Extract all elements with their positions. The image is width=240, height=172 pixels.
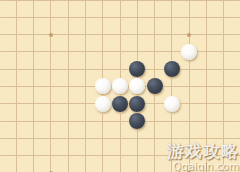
board-intersection[interactable] (198, 147, 215, 164)
board-intersection[interactable] (77, 130, 94, 147)
board-intersection[interactable] (0, 61, 8, 78)
white-stone (164, 96, 180, 112)
board-intersection[interactable] (60, 61, 77, 78)
board-intersection[interactable] (146, 61, 163, 78)
board-intersection[interactable] (129, 147, 146, 164)
board-intersection[interactable] (0, 147, 8, 164)
board-intersection[interactable] (163, 26, 180, 43)
black-stone (147, 78, 163, 94)
board-intersection[interactable] (233, 43, 240, 60)
board-intersection[interactable] (129, 61, 146, 78)
board-intersection[interactable] (181, 78, 198, 95)
board-intersection[interactable] (60, 164, 77, 172)
board-intersection[interactable] (163, 61, 180, 78)
board-intersection[interactable] (129, 164, 146, 172)
board-intersection[interactable] (111, 147, 128, 164)
board-intersection[interactable] (129, 130, 146, 147)
board-intersection[interactable] (77, 61, 94, 78)
board-intersection[interactable] (60, 78, 77, 95)
board-intersection[interactable] (8, 78, 25, 95)
board-intersection[interactable] (0, 26, 8, 43)
board-intersection[interactable] (181, 147, 198, 164)
board-intersection[interactable] (25, 61, 42, 78)
board-intersection[interactable] (94, 164, 111, 172)
board-intersection[interactable] (146, 78, 163, 95)
board-intersection[interactable] (181, 26, 198, 43)
black-stone (129, 96, 145, 112)
board-intersection[interactable] (0, 95, 8, 112)
board-intersection[interactable] (77, 43, 94, 60)
board-intersection[interactable] (111, 130, 128, 147)
board-intersection[interactable] (233, 164, 240, 172)
board-intersection[interactable] (215, 43, 232, 60)
board-intersection[interactable] (146, 147, 163, 164)
board-intersection[interactable] (163, 164, 180, 172)
gomoku-screenshot: 游戏攻略 Qqaiqin.com (0, 0, 240, 172)
board-intersection[interactable] (163, 95, 180, 112)
board-intersection[interactable] (198, 164, 215, 172)
board-intersection[interactable] (181, 130, 198, 147)
board-intersection[interactable] (111, 61, 128, 78)
board-intersection[interactable] (198, 112, 215, 129)
board-intersection[interactable] (233, 95, 240, 112)
board-intersection[interactable] (25, 78, 42, 95)
board-intersection[interactable] (146, 26, 163, 43)
board-intersection[interactable] (42, 164, 59, 172)
board-intersection[interactable] (146, 112, 163, 129)
board-intersection[interactable] (8, 26, 25, 43)
white-stone (112, 78, 128, 94)
board-intersection[interactable] (198, 26, 215, 43)
board-intersection[interactable] (60, 26, 77, 43)
board-intersection[interactable] (94, 9, 111, 26)
star-point (49, 33, 53, 37)
black-stone (164, 61, 180, 77)
board-intersection[interactable] (0, 0, 8, 9)
board-intersection[interactable] (146, 9, 163, 26)
board-intersection[interactable] (77, 9, 94, 26)
board-intersection[interactable] (181, 0, 198, 9)
board-intersection[interactable] (129, 9, 146, 26)
board-intersection[interactable] (163, 147, 180, 164)
board-intersection[interactable] (60, 130, 77, 147)
board-intersection[interactable] (94, 112, 111, 129)
board-intersection[interactable] (215, 147, 232, 164)
board-intersection[interactable] (233, 112, 240, 129)
board-intersection[interactable] (25, 112, 42, 129)
board-intersection[interactable] (42, 112, 59, 129)
board-intersection[interactable] (77, 95, 94, 112)
board-intersection[interactable] (42, 0, 59, 9)
board-intersection[interactable] (111, 164, 128, 172)
board-intersection[interactable] (111, 0, 128, 9)
board-intersection[interactable] (0, 78, 8, 95)
board-intersection[interactable] (42, 61, 59, 78)
board-intersection[interactable] (181, 164, 198, 172)
black-stone (129, 61, 145, 77)
board-intersection[interactable] (181, 9, 198, 26)
board-intersection[interactable] (129, 0, 146, 9)
board-intersection[interactable] (129, 43, 146, 60)
board-intersection[interactable] (233, 147, 240, 164)
board-intersection[interactable] (77, 26, 94, 43)
board-intersection[interactable] (42, 43, 59, 60)
board-intersection[interactable] (233, 78, 240, 95)
board-intersection[interactable] (111, 26, 128, 43)
board-intersection[interactable] (163, 130, 180, 147)
board-intersection[interactable] (8, 0, 25, 9)
board-intersection[interactable] (8, 130, 25, 147)
board-intersection[interactable] (215, 130, 232, 147)
board-intersection[interactable] (233, 26, 240, 43)
board-intersection[interactable] (129, 112, 146, 129)
board-intersection[interactable] (25, 95, 42, 112)
board-intersection[interactable] (198, 130, 215, 147)
board-intersection[interactable] (60, 43, 77, 60)
board-intersection[interactable] (129, 26, 146, 43)
gomoku-board[interactable] (0, 0, 240, 172)
board-intersection[interactable] (111, 78, 128, 95)
board-intersection[interactable] (146, 164, 163, 172)
board-intersection[interactable] (42, 130, 59, 147)
board-intersection[interactable] (8, 9, 25, 26)
board-intersection[interactable] (181, 95, 198, 112)
board-intersection[interactable] (8, 147, 25, 164)
board-intersection[interactable] (8, 95, 25, 112)
board-intersection[interactable] (0, 43, 8, 60)
board-intersection[interactable] (111, 112, 128, 129)
board-intersection[interactable] (146, 43, 163, 60)
board-intersection[interactable] (198, 78, 215, 95)
board-intersection[interactable] (25, 9, 42, 26)
board-intersection[interactable] (215, 26, 232, 43)
white-stone (129, 78, 145, 94)
board-intersection[interactable] (111, 43, 128, 60)
board-intersection[interactable] (8, 61, 25, 78)
board-intersection[interactable] (163, 78, 180, 95)
board-intersection[interactable] (163, 43, 180, 60)
board-intersection[interactable] (215, 95, 232, 112)
board-intersection[interactable] (42, 26, 59, 43)
board-intersection[interactable] (146, 95, 163, 112)
board-intersection[interactable] (77, 78, 94, 95)
board-intersection[interactable] (8, 112, 25, 129)
board-intersection[interactable] (198, 9, 215, 26)
white-stone (95, 78, 111, 94)
white-stone (181, 44, 197, 60)
board-intersection[interactable] (111, 95, 128, 112)
board-intersection[interactable] (0, 112, 8, 129)
board-intersection[interactable] (94, 95, 111, 112)
board-intersection[interactable] (94, 43, 111, 60)
board-intersection[interactable] (198, 95, 215, 112)
board-intersection[interactable] (198, 0, 215, 9)
board-intersection[interactable] (60, 147, 77, 164)
board-intersection[interactable] (94, 61, 111, 78)
board-intersection[interactable] (60, 9, 77, 26)
star-point (187, 171, 191, 172)
board-intersection[interactable] (163, 112, 180, 129)
board-intersection[interactable] (60, 0, 77, 9)
black-stone (112, 96, 128, 112)
board-intersection[interactable] (94, 147, 111, 164)
board-intersection[interactable] (233, 0, 240, 9)
board-intersection[interactable] (0, 9, 8, 26)
board-intersection[interactable] (42, 95, 59, 112)
board-intersection[interactable] (215, 112, 232, 129)
board-intersection[interactable] (233, 9, 240, 26)
board-intersection[interactable] (215, 164, 232, 172)
board-intersection[interactable] (77, 112, 94, 129)
board-intersection[interactable] (77, 0, 94, 9)
board-intersection[interactable] (94, 26, 111, 43)
board-intersection[interactable] (215, 78, 232, 95)
board-intersection[interactable] (94, 0, 111, 9)
board-intersection[interactable] (198, 61, 215, 78)
board-intersection[interactable] (25, 26, 42, 43)
board-intersection[interactable] (60, 112, 77, 129)
board-intersection[interactable] (8, 164, 25, 172)
white-stone (95, 96, 111, 112)
board-intersection[interactable] (198, 43, 215, 60)
board-intersection[interactable] (181, 61, 198, 78)
star-point (49, 171, 53, 172)
board-intersection[interactable] (146, 130, 163, 147)
board-intersection[interactable] (42, 9, 59, 26)
board-intersection[interactable] (111, 9, 128, 26)
board-intersection[interactable] (215, 9, 232, 26)
board-intersection[interactable] (25, 43, 42, 60)
board-intersection[interactable] (233, 130, 240, 147)
board-intersection[interactable] (146, 0, 163, 9)
board-intersection[interactable] (25, 164, 42, 172)
board-intersection[interactable] (94, 130, 111, 147)
board-intersection[interactable] (0, 164, 8, 172)
board-intersection[interactable] (77, 147, 94, 164)
black-stone (129, 113, 145, 129)
board-intersection[interactable] (233, 61, 240, 78)
board-intersection[interactable] (42, 147, 59, 164)
board-intersection[interactable] (163, 0, 180, 9)
board-intersection[interactable] (0, 130, 8, 147)
board-intersection[interactable] (215, 61, 232, 78)
board-intersection[interactable] (25, 0, 42, 9)
board-intersection[interactable] (129, 78, 146, 95)
board-intersection[interactable] (163, 9, 180, 26)
board-intersection[interactable] (129, 95, 146, 112)
board-intersection[interactable] (181, 43, 198, 60)
board-intersection[interactable] (181, 112, 198, 129)
board-intersection[interactable] (8, 43, 25, 60)
board-intersection[interactable] (25, 130, 42, 147)
board-intersection[interactable] (25, 147, 42, 164)
board-intersection[interactable] (94, 78, 111, 95)
board-intersection[interactable] (42, 78, 59, 95)
star-point (187, 33, 191, 37)
board-intersection[interactable] (215, 0, 232, 9)
board-intersection[interactable] (60, 95, 77, 112)
board-intersection[interactable] (77, 164, 94, 172)
